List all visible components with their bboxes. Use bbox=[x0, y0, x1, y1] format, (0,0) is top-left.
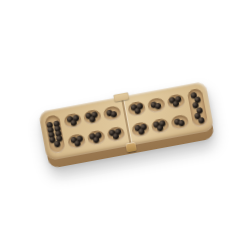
pit-back-3[interactable] bbox=[102, 105, 121, 122]
stone bbox=[138, 128, 145, 135]
pit-front-2[interactable] bbox=[87, 129, 106, 146]
pit-front-6[interactable] bbox=[170, 113, 189, 130]
stone bbox=[178, 119, 185, 126]
left-board-half bbox=[61, 101, 127, 153]
pit-back-2[interactable] bbox=[83, 108, 102, 125]
right-store-pit bbox=[187, 88, 209, 128]
pit-front-5[interactable] bbox=[150, 117, 169, 134]
pit-front-4[interactable] bbox=[131, 121, 150, 138]
brass-clasp-icon bbox=[125, 142, 136, 153]
pit-back-1[interactable] bbox=[63, 112, 82, 129]
stone bbox=[155, 102, 162, 109]
stone bbox=[74, 139, 81, 146]
stone bbox=[70, 119, 77, 126]
pit-front-1[interactable] bbox=[67, 132, 86, 149]
right-board-half bbox=[125, 89, 191, 141]
stone bbox=[134, 107, 141, 114]
stone bbox=[110, 110, 117, 117]
product-photo bbox=[0, 0, 250, 250]
stone bbox=[198, 117, 205, 124]
pit-back-4[interactable] bbox=[127, 100, 146, 117]
board-top-surface bbox=[38, 81, 214, 161]
stone bbox=[53, 141, 60, 148]
pit-back-6[interactable] bbox=[166, 93, 185, 110]
pit-back-5[interactable] bbox=[147, 96, 166, 113]
mancala-board bbox=[38, 81, 216, 169]
pit-front-3[interactable] bbox=[106, 125, 125, 142]
